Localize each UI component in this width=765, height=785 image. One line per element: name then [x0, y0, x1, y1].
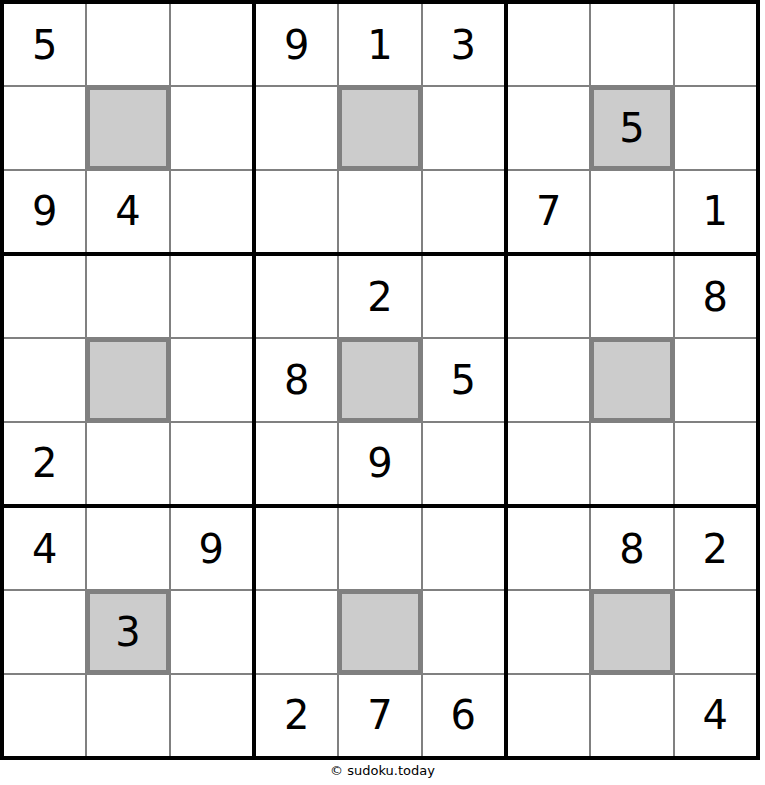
cell-r8c2[interactable]: 3 — [87, 591, 168, 672]
cell-r9c6[interactable]: 6 — [423, 675, 504, 756]
cell-r9c5[interactable]: 7 — [339, 675, 420, 756]
cell-r7c9[interactable]: 2 — [675, 508, 756, 589]
cell-r3c1[interactable]: 9 — [4, 171, 85, 252]
cell-r3c3[interactable] — [171, 171, 252, 252]
cell-r6c9[interactable] — [675, 423, 756, 504]
cell-r9c3[interactable] — [171, 675, 252, 756]
cell-r5c6[interactable]: 5 — [423, 339, 504, 420]
cell-r6c8[interactable] — [591, 423, 672, 504]
cell-r3c6[interactable] — [423, 171, 504, 252]
cell-r2c5[interactable] — [339, 87, 420, 168]
cell-r5c4[interactable]: 8 — [256, 339, 337, 420]
cell-r5c2[interactable] — [87, 339, 168, 420]
cell-r6c5[interactable]: 9 — [339, 423, 420, 504]
cell-r1c3[interactable] — [171, 4, 252, 85]
cell-r8c7[interactable] — [508, 591, 589, 672]
cell-r8c1[interactable] — [4, 591, 85, 672]
cell-r3c4[interactable] — [256, 171, 337, 252]
cell-r2c2[interactable] — [87, 87, 168, 168]
cell-r3c9[interactable]: 1 — [675, 171, 756, 252]
cell-r9c4[interactable]: 2 — [256, 675, 337, 756]
cell-r2c1[interactable] — [4, 87, 85, 168]
box-2: 913 — [256, 4, 504, 252]
box-9: 824 — [508, 508, 756, 756]
cell-r1c1[interactable]: 5 — [4, 4, 85, 85]
cell-r8c6[interactable] — [423, 591, 504, 672]
cell-r6c2[interactable] — [87, 423, 168, 504]
cell-r4c4[interactable] — [256, 256, 337, 337]
box-5: 2859 — [256, 256, 504, 504]
cell-r1c7[interactable] — [508, 4, 589, 85]
box-8: 276 — [256, 508, 504, 756]
cell-r7c3[interactable]: 9 — [171, 508, 252, 589]
cell-r1c2[interactable] — [87, 4, 168, 85]
cell-r9c1[interactable] — [4, 675, 85, 756]
cell-r9c7[interactable] — [508, 675, 589, 756]
cell-r8c5[interactable] — [339, 591, 420, 672]
box-7: 493 — [4, 508, 252, 756]
cell-r7c4[interactable] — [256, 508, 337, 589]
cell-r3c5[interactable] — [339, 171, 420, 252]
cell-r3c8[interactable] — [591, 171, 672, 252]
cell-r8c4[interactable] — [256, 591, 337, 672]
box-1: 594 — [4, 4, 252, 252]
cell-r6c6[interactable] — [423, 423, 504, 504]
cell-r6c1[interactable]: 2 — [4, 423, 85, 504]
cell-r3c7[interactable]: 7 — [508, 171, 589, 252]
cell-r1c9[interactable] — [675, 4, 756, 85]
cell-r9c9[interactable]: 4 — [675, 675, 756, 756]
cell-r5c7[interactable] — [508, 339, 589, 420]
footer-credit: © sudoku.today — [0, 763, 765, 778]
cell-r4c6[interactable] — [423, 256, 504, 337]
cell-r5c9[interactable] — [675, 339, 756, 420]
cell-r5c1[interactable] — [4, 339, 85, 420]
cell-r6c7[interactable] — [508, 423, 589, 504]
cell-r9c8[interactable] — [591, 675, 672, 756]
cell-r1c4[interactable]: 9 — [256, 4, 337, 85]
cell-r2c9[interactable] — [675, 87, 756, 168]
cell-r2c7[interactable] — [508, 87, 589, 168]
cell-r5c3[interactable] — [171, 339, 252, 420]
cell-r5c8[interactable] — [591, 339, 672, 420]
cell-r2c6[interactable] — [423, 87, 504, 168]
box-6: 8 — [508, 256, 756, 504]
cell-r1c8[interactable] — [591, 4, 672, 85]
box-4: 2 — [4, 256, 252, 504]
cell-r7c7[interactable] — [508, 508, 589, 589]
cell-r7c1[interactable]: 4 — [4, 508, 85, 589]
cell-r7c5[interactable] — [339, 508, 420, 589]
cell-r6c4[interactable] — [256, 423, 337, 504]
cell-r7c8[interactable]: 8 — [591, 508, 672, 589]
cell-r9c2[interactable] — [87, 675, 168, 756]
cell-r8c9[interactable] — [675, 591, 756, 672]
cell-r4c1[interactable] — [4, 256, 85, 337]
cell-r4c5[interactable]: 2 — [339, 256, 420, 337]
cell-r6c3[interactable] — [171, 423, 252, 504]
cell-r5c5[interactable] — [339, 339, 420, 420]
cell-r3c2[interactable]: 4 — [87, 171, 168, 252]
cell-r2c3[interactable] — [171, 87, 252, 168]
cell-r4c8[interactable] — [591, 256, 672, 337]
box-3: 571 — [508, 4, 756, 252]
cell-r4c3[interactable] — [171, 256, 252, 337]
cell-r4c9[interactable]: 8 — [675, 256, 756, 337]
cell-r8c8[interactable] — [591, 591, 672, 672]
cell-r8c3[interactable] — [171, 591, 252, 672]
sudoku-board: 594913571228598493276824 — [0, 0, 760, 760]
cell-r2c4[interactable] — [256, 87, 337, 168]
cell-r7c2[interactable] — [87, 508, 168, 589]
cell-r4c2[interactable] — [87, 256, 168, 337]
cell-r7c6[interactable] — [423, 508, 504, 589]
cell-r1c5[interactable]: 1 — [339, 4, 420, 85]
cell-r1c6[interactable]: 3 — [423, 4, 504, 85]
cell-r2c8[interactable]: 5 — [591, 87, 672, 168]
cell-r4c7[interactable] — [508, 256, 589, 337]
